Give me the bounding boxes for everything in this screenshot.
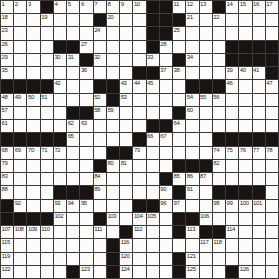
grid-cell[interactable]: 27 [80,41,92,53]
grid-cell[interactable] [94,67,106,79]
grid-cell[interactable] [27,173,39,185]
grid-cell[interactable]: 85 [173,173,185,185]
grid-cell[interactable] [213,27,225,39]
grid-cell[interactable] [120,200,132,212]
grid-cell[interactable] [266,94,278,106]
grid-cell[interactable] [213,253,225,265]
grid-cell[interactable]: 111 [94,226,106,238]
grid-cell[interactable] [266,27,278,39]
grid-cell[interactable] [160,253,172,265]
grid-cell[interactable]: 37 [160,67,172,79]
grid-cell[interactable] [14,253,26,265]
grid-cell[interactable]: 65 [67,133,79,145]
grid-cell[interactable]: 122 [1,266,13,278]
grid-cell[interactable] [94,120,106,132]
grid-cell[interactable]: 119 [1,253,13,265]
grid-cell[interactable] [200,67,212,79]
grid-cell[interactable] [133,41,145,53]
grid-cell[interactable] [107,41,119,53]
grid-cell[interactable] [41,200,53,212]
grid-cell[interactable] [80,226,92,238]
grid-cell[interactable] [14,266,26,278]
grid-cell[interactable] [226,107,238,119]
grid-cell[interactable]: 38 [173,67,185,79]
grid-cell[interactable] [120,67,132,79]
grid-cell[interactable] [27,67,39,79]
grid-cell[interactable] [54,226,66,238]
grid-cell[interactable] [94,253,106,265]
grid-cell[interactable] [200,253,212,265]
grid-cell[interactable] [253,94,265,106]
grid-cell[interactable]: 42 [54,80,66,92]
grid-cell[interactable] [133,266,145,278]
grid-cell[interactable]: 78 [266,147,278,159]
grid-cell[interactable] [226,213,238,225]
grid-cell[interactable] [253,120,265,132]
grid-cell[interactable] [133,107,145,119]
grid-cell[interactable] [67,14,79,26]
grid-cell[interactable]: 75 [226,147,238,159]
grid-cell[interactable]: 104 [133,213,145,225]
grid-cell[interactable] [239,160,251,172]
grid-cell[interactable] [41,120,53,132]
grid-cell[interactable] [266,226,278,238]
grid-cell[interactable] [120,173,132,185]
grid-cell[interactable]: 13 [200,1,212,13]
grid-cell[interactable] [67,213,79,225]
grid-cell[interactable] [239,80,251,92]
grid-cell[interactable] [239,14,251,26]
grid-cell[interactable] [41,27,53,39]
grid-cell[interactable]: 76 [239,147,251,159]
grid-cell[interactable] [27,107,39,119]
grid-cell[interactable] [14,67,26,79]
grid-cell[interactable] [200,186,212,198]
grid-cell[interactable] [67,239,79,251]
grid-cell[interactable]: 43 [120,80,132,92]
grid-cell[interactable]: 97 [173,200,185,212]
grid-cell[interactable] [94,239,106,251]
grid-cell[interactable]: 53 [120,94,132,106]
grid-cell[interactable] [239,107,251,119]
grid-cell[interactable]: 35 [1,67,13,79]
grid-cell[interactable] [14,239,26,251]
grid-cell[interactable]: 71 [41,147,53,159]
grid-cell[interactable] [14,14,26,26]
grid-cell[interactable] [54,253,66,265]
grid-cell[interactable]: 96 [160,200,172,212]
grid-cell[interactable] [14,160,26,172]
grid-cell[interactable]: 14 [226,1,238,13]
grid-cell[interactable]: 51 [41,94,53,106]
grid-cell[interactable]: 15 [239,1,251,13]
grid-cell[interactable]: 49 [14,94,26,106]
grid-cell[interactable]: 23 [1,27,13,39]
grid-cell[interactable]: 39 [226,67,238,79]
grid-cell[interactable] [133,27,145,39]
grid-cell[interactable] [160,147,172,159]
grid-cell[interactable]: 102 [54,213,66,225]
grid-cell[interactable] [266,14,278,26]
grid-cell[interactable]: 67 [160,133,172,145]
grid-cell[interactable]: 115 [1,239,13,251]
grid-cell[interactable]: 11 [173,1,185,13]
grid-cell[interactable]: 7 [94,1,106,13]
grid-cell[interactable]: 114 [226,226,238,238]
grid-cell[interactable] [133,160,145,172]
grid-cell[interactable] [54,120,66,132]
grid-cell[interactable] [67,226,79,238]
grid-cell[interactable] [67,147,79,159]
grid-cell[interactable] [27,54,39,66]
grid-cell[interactable]: 10 [133,1,145,13]
grid-cell[interactable]: 120 [120,253,132,265]
grid-cell[interactable] [200,266,212,278]
grid-cell[interactable]: 79 [1,160,13,172]
grid-cell[interactable]: 48 [1,94,13,106]
grid-cell[interactable] [67,160,79,172]
grid-cell[interactable] [41,173,53,185]
grid-cell[interactable] [226,120,238,132]
grid-cell[interactable]: 121 [186,253,198,265]
grid-cell[interactable] [160,54,172,66]
grid-cell[interactable] [147,266,159,278]
grid-cell[interactable] [239,120,251,132]
grid-cell[interactable] [107,173,119,185]
grid-cell[interactable] [147,107,159,119]
grid-cell[interactable]: 77 [253,147,265,159]
grid-cell[interactable] [133,239,145,251]
grid-cell[interactable] [160,239,172,251]
grid-cell[interactable] [226,94,238,106]
grid-cell[interactable]: 26 [1,41,13,53]
grid-cell[interactable] [160,160,172,172]
grid-cell[interactable] [27,120,39,132]
grid-cell[interactable] [213,120,225,132]
grid-cell[interactable] [239,253,251,265]
grid-cell[interactable]: 117 [200,239,212,251]
grid-cell[interactable]: 93 [54,200,66,212]
grid-cell[interactable] [94,266,106,278]
grid-cell[interactable] [27,27,39,39]
grid-cell[interactable]: 30 [54,54,66,66]
grid-cell[interactable]: 2 [14,1,26,13]
grid-cell[interactable] [226,160,238,172]
grid-cell[interactable] [186,239,198,251]
grid-cell[interactable] [253,266,265,278]
grid-cell[interactable] [147,253,159,265]
grid-cell[interactable] [266,186,278,198]
grid-cell[interactable]: 80 [107,160,119,172]
grid-cell[interactable] [27,14,39,26]
grid-cell[interactable]: 84 [94,173,106,185]
grid-cell[interactable]: 47 [266,80,278,92]
grid-cell[interactable] [173,133,185,145]
grid-cell[interactable]: 6 [80,1,92,13]
grid-cell[interactable]: 116 [120,239,132,251]
grid-cell[interactable]: 92 [14,200,26,212]
grid-cell[interactable] [41,107,53,119]
grid-cell[interactable] [41,253,53,265]
grid-cell[interactable] [213,266,225,278]
grid-cell[interactable] [226,253,238,265]
grid-cell[interactable] [266,266,278,278]
grid-cell[interactable] [133,54,145,66]
grid-cell[interactable] [107,200,119,212]
grid-cell[interactable] [253,239,265,251]
grid-cell[interactable] [41,186,53,198]
grid-cell[interactable]: 112 [133,226,145,238]
grid-cell[interactable] [239,94,251,106]
grid-cell[interactable] [67,67,79,79]
grid-cell[interactable]: 126 [239,266,251,278]
grid-cell[interactable] [14,107,26,119]
grid-cell[interactable] [80,14,92,26]
grid-cell[interactable] [186,133,198,145]
grid-cell[interactable]: 94 [67,200,79,212]
grid-cell[interactable] [213,213,225,225]
grid-cell[interactable] [41,41,53,53]
grid-cell[interactable] [14,54,26,66]
grid-cell[interactable] [107,27,119,39]
grid-cell[interactable] [27,239,39,251]
grid-cell[interactable]: 87 [200,173,212,185]
grid-cell[interactable] [54,107,66,119]
grid-cell[interactable]: 32 [94,54,106,66]
grid-cell[interactable] [27,160,39,172]
grid-cell[interactable] [186,41,198,53]
grid-cell[interactable]: 58 [94,107,106,119]
grid-cell[interactable]: 36 [80,67,92,79]
grid-cell[interactable]: 113 [186,226,198,238]
grid-cell[interactable] [120,120,132,132]
grid-cell[interactable]: 18 [1,14,13,26]
grid-cell[interactable]: 110 [41,226,53,238]
grid-cell[interactable]: 88 [1,186,13,198]
grid-cell[interactable] [133,14,145,26]
grid-cell[interactable] [67,94,79,106]
grid-cell[interactable]: 52 [94,94,106,106]
grid-cell[interactable]: 56 [213,94,225,106]
grid-cell[interactable] [213,54,225,66]
grid-cell[interactable]: 86 [186,173,198,185]
grid-cell[interactable] [27,266,39,278]
grid-cell[interactable] [147,160,159,172]
grid-cell[interactable] [253,213,265,225]
grid-cell[interactable]: 123 [80,266,92,278]
grid-cell[interactable] [173,239,185,251]
grid-cell[interactable] [160,213,172,225]
grid-cell[interactable] [266,200,278,212]
grid-cell[interactable]: 45 [147,80,159,92]
grid-cell[interactable] [186,200,198,212]
grid-cell[interactable] [147,173,159,185]
grid-cell[interactable]: 17 [266,1,278,13]
grid-cell[interactable] [27,253,39,265]
grid-cell[interactable] [14,41,26,53]
grid-cell[interactable]: 82 [213,160,225,172]
grid-cell[interactable]: 66 [147,133,159,145]
grid-cell[interactable] [94,147,106,159]
grid-cell[interactable] [120,213,132,225]
grid-cell[interactable] [80,213,92,225]
grid-cell[interactable]: 33 [147,54,159,66]
grid-cell[interactable]: 20 [107,14,119,26]
grid-cell[interactable]: 83 [1,173,13,185]
grid-cell[interactable] [107,133,119,145]
grid-cell[interactable]: 44 [133,80,145,92]
grid-cell[interactable] [107,67,119,79]
grid-cell[interactable] [266,213,278,225]
grid-cell[interactable] [54,14,66,26]
grid-cell[interactable]: 19 [41,14,53,26]
grid-cell[interactable]: 55 [200,94,212,106]
grid-cell[interactable]: 100 [239,200,251,212]
grid-cell[interactable] [147,147,159,159]
grid-cell[interactable] [80,27,92,39]
grid-cell[interactable] [80,147,92,159]
grid-cell[interactable]: 40 [239,67,251,79]
grid-cell[interactable]: 107 [1,226,13,238]
grid-cell[interactable] [80,133,92,145]
grid-cell[interactable] [213,107,225,119]
grid-cell[interactable] [14,186,26,198]
grid-cell[interactable] [80,80,92,92]
grid-cell[interactable] [253,253,265,265]
grid-cell[interactable]: 106 [200,213,212,225]
grid-cell[interactable]: 81 [120,160,132,172]
grid-cell[interactable] [266,253,278,265]
grid-cell[interactable] [27,186,39,198]
grid-cell[interactable]: 105 [147,213,159,225]
grid-cell[interactable] [94,133,106,145]
grid-cell[interactable]: 4 [54,1,66,13]
grid-cell[interactable] [200,147,212,159]
grid-cell[interactable] [173,41,185,53]
grid-cell[interactable] [54,94,66,106]
grid-cell[interactable] [54,67,66,79]
grid-cell[interactable] [147,239,159,251]
grid-cell[interactable] [186,27,198,39]
grid-cell[interactable] [200,120,212,132]
grid-cell[interactable] [80,160,92,172]
grid-cell[interactable] [253,226,265,238]
grid-cell[interactable]: 68 [1,147,13,159]
grid-cell[interactable] [186,147,198,159]
grid-cell[interactable] [14,173,26,185]
grid-cell[interactable] [213,41,225,53]
grid-cell[interactable] [186,120,198,132]
grid-cell[interactable] [54,266,66,278]
grid-cell[interactable]: 63 [80,120,92,132]
grid-cell[interactable] [133,173,145,185]
grid-cell[interactable] [147,186,159,198]
grid-cell[interactable] [266,120,278,132]
grid-cell[interactable] [27,41,39,53]
grid-cell[interactable] [226,14,238,26]
grid-cell[interactable] [253,80,265,92]
grid-cell[interactable] [200,14,212,26]
grid-cell[interactable]: 24 [94,27,106,39]
grid-cell[interactable]: 9 [120,1,132,13]
grid-cell[interactable]: 1 [1,1,13,13]
grid-cell[interactable]: 3 [27,1,39,13]
grid-cell[interactable]: 60 [186,107,198,119]
grid-cell[interactable] [133,94,145,106]
grid-cell[interactable]: 90 [160,186,172,198]
grid-cell[interactable]: 118 [213,239,225,251]
grid-cell[interactable] [173,80,185,92]
grid-cell[interactable] [94,200,106,212]
grid-cell[interactable]: 25 [173,27,185,39]
grid-cell[interactable]: 99 [226,200,238,212]
grid-cell[interactable]: 21 [186,14,198,26]
grid-cell[interactable]: 54 [186,94,198,106]
grid-cell[interactable] [226,239,238,251]
grid-cell[interactable] [200,107,212,119]
grid-cell[interactable] [239,226,251,238]
grid-cell[interactable] [94,41,106,53]
grid-cell[interactable] [253,160,265,172]
grid-cell[interactable]: 89 [94,186,106,198]
grid-cell[interactable]: 8 [107,1,119,13]
grid-cell[interactable] [133,186,145,198]
grid-cell[interactable] [253,107,265,119]
grid-cell[interactable] [266,239,278,251]
grid-cell[interactable]: 59 [107,107,119,119]
grid-cell[interactable] [41,160,53,172]
grid-cell[interactable]: 29 [1,54,13,66]
grid-cell[interactable] [80,94,92,106]
grid-cell[interactable] [266,160,278,172]
grid-cell[interactable] [213,67,225,79]
grid-cell[interactable] [80,239,92,251]
grid-cell[interactable]: 74 [213,147,225,159]
grid-cell[interactable]: 57 [1,107,13,119]
grid-cell[interactable]: 103 [107,213,119,225]
grid-cell[interactable]: 69 [14,147,26,159]
grid-cell[interactable] [200,54,212,66]
grid-cell[interactable]: 62 [67,120,79,132]
grid-cell[interactable]: 91 [186,186,198,198]
grid-cell[interactable] [67,80,79,92]
grid-cell[interactable] [41,266,53,278]
grid-cell[interactable] [253,27,265,39]
grid-cell[interactable] [120,41,132,53]
grid-cell[interactable] [107,186,119,198]
grid-cell[interactable] [160,80,172,92]
grid-cell[interactable] [226,27,238,39]
grid-cell[interactable] [80,253,92,265]
grid-cell[interactable] [107,120,119,132]
grid-cell[interactable] [120,54,132,66]
grid-cell[interactable]: 109 [27,226,39,238]
grid-cell[interactable] [120,14,132,26]
grid-cell[interactable] [133,253,145,265]
grid-cell[interactable] [80,173,92,185]
grid-cell[interactable] [213,173,225,185]
grid-cell[interactable] [107,226,119,238]
grid-cell[interactable]: 12 [186,1,198,13]
grid-cell[interactable] [239,213,251,225]
grid-cell[interactable] [54,239,66,251]
grid-cell[interactable] [160,94,172,106]
grid-cell[interactable] [41,54,53,66]
grid-cell[interactable] [54,27,66,39]
grid-cell[interactable] [160,226,172,238]
grid-cell[interactable] [133,120,145,132]
grid-cell[interactable]: 72 [54,147,66,159]
